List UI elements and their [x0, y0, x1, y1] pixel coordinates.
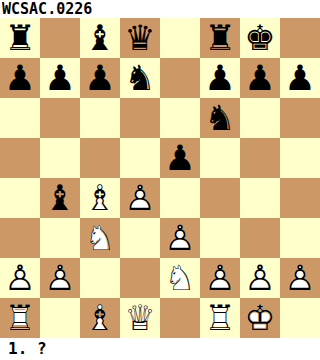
black-queen: ♛ — [120, 18, 160, 58]
square-b8[interactable] — [40, 18, 80, 58]
square-b6[interactable] — [40, 98, 80, 138]
white-pawn: ♟♙ — [240, 258, 280, 298]
status-bar: 1. ? — [0, 338, 320, 360]
chess-board: ♜♝♛♜♚♟♟♟♞♟♟♟♞♟♝♝♗♟♙♞♘♟♙♟♙♟♙♞♘♟♙♟♙♟♙♜♖♝♗♛… — [0, 18, 320, 338]
square-g2[interactable]: ♟♙ — [240, 258, 280, 298]
square-b7[interactable]: ♟ — [40, 58, 80, 98]
square-f4[interactable] — [200, 178, 240, 218]
square-c1[interactable]: ♝♗ — [80, 298, 120, 338]
square-g3[interactable] — [240, 218, 280, 258]
square-d4[interactable]: ♟♙ — [120, 178, 160, 218]
square-h2[interactable]: ♟♙ — [280, 258, 320, 298]
square-b3[interactable] — [40, 218, 80, 258]
square-c3[interactable]: ♞♘ — [80, 218, 120, 258]
square-e5[interactable]: ♟ — [160, 138, 200, 178]
square-b2[interactable]: ♟♙ — [40, 258, 80, 298]
square-d7[interactable]: ♞ — [120, 58, 160, 98]
square-e7[interactable] — [160, 58, 200, 98]
white-knight: ♞♘ — [160, 258, 200, 298]
square-a2[interactable]: ♟♙ — [0, 258, 40, 298]
square-f3[interactable] — [200, 218, 240, 258]
white-pawn: ♟♙ — [40, 258, 80, 298]
white-pawn: ♟♙ — [120, 178, 160, 218]
square-f7[interactable]: ♟ — [200, 58, 240, 98]
square-a7[interactable]: ♟ — [0, 58, 40, 98]
square-d1[interactable]: ♛♕ — [120, 298, 160, 338]
square-g5[interactable] — [240, 138, 280, 178]
black-knight: ♞ — [200, 98, 240, 138]
square-g7[interactable]: ♟ — [240, 58, 280, 98]
square-f5[interactable] — [200, 138, 240, 178]
black-knight: ♞ — [120, 58, 160, 98]
square-c5[interactable] — [80, 138, 120, 178]
white-rook: ♜♖ — [0, 298, 40, 338]
white-queen: ♛♕ — [120, 298, 160, 338]
square-h6[interactable] — [280, 98, 320, 138]
square-d8[interactable]: ♛ — [120, 18, 160, 58]
square-h5[interactable] — [280, 138, 320, 178]
square-c6[interactable] — [80, 98, 120, 138]
square-b4[interactable]: ♝ — [40, 178, 80, 218]
square-c2[interactable] — [80, 258, 120, 298]
white-pawn: ♟♙ — [160, 218, 200, 258]
square-g8[interactable]: ♚ — [240, 18, 280, 58]
white-knight: ♞♘ — [80, 218, 120, 258]
square-f6[interactable]: ♞ — [200, 98, 240, 138]
square-d6[interactable] — [120, 98, 160, 138]
black-rook: ♜ — [0, 18, 40, 58]
black-pawn: ♟ — [80, 58, 120, 98]
square-a5[interactable] — [0, 138, 40, 178]
square-a4[interactable] — [0, 178, 40, 218]
square-a3[interactable] — [0, 218, 40, 258]
square-g6[interactable] — [240, 98, 280, 138]
square-h7[interactable]: ♟ — [280, 58, 320, 98]
white-rook: ♜♖ — [200, 298, 240, 338]
square-h8[interactable] — [280, 18, 320, 58]
square-h4[interactable] — [280, 178, 320, 218]
white-bishop: ♝♗ — [80, 298, 120, 338]
black-pawn: ♟ — [240, 58, 280, 98]
move-prompt: 1. ? — [0, 338, 47, 360]
square-g4[interactable] — [240, 178, 280, 218]
square-c7[interactable]: ♟ — [80, 58, 120, 98]
black-pawn: ♟ — [40, 58, 80, 98]
black-bishop: ♝ — [80, 18, 120, 58]
square-f2[interactable]: ♟♙ — [200, 258, 240, 298]
black-pawn: ♟ — [200, 58, 240, 98]
square-d3[interactable] — [120, 218, 160, 258]
chess-diagram-page: WCSAC.0226 ♜♝♛♜♚♟♟♟♞♟♟♟♞♟♝♝♗♟♙♞♘♟♙♟♙♟♙♞♘… — [0, 0, 320, 360]
page-title: WCSAC.0226 — [0, 0, 92, 18]
white-king: ♚♔ — [240, 298, 280, 338]
square-h1[interactable] — [280, 298, 320, 338]
square-e1[interactable] — [160, 298, 200, 338]
white-pawn: ♟♙ — [200, 258, 240, 298]
title-bar: WCSAC.0226 — [0, 0, 320, 18]
square-e3[interactable]: ♟♙ — [160, 218, 200, 258]
black-rook: ♜ — [200, 18, 240, 58]
square-c8[interactable]: ♝ — [80, 18, 120, 58]
white-bishop: ♝♗ — [80, 178, 120, 218]
square-f8[interactable]: ♜ — [200, 18, 240, 58]
square-f1[interactable]: ♜♖ — [200, 298, 240, 338]
square-b1[interactable] — [40, 298, 80, 338]
square-c4[interactable]: ♝♗ — [80, 178, 120, 218]
white-pawn: ♟♙ — [280, 258, 320, 298]
square-e2[interactable]: ♞♘ — [160, 258, 200, 298]
square-d5[interactable] — [120, 138, 160, 178]
square-g1[interactable]: ♚♔ — [240, 298, 280, 338]
black-bishop: ♝ — [40, 178, 80, 218]
square-e6[interactable] — [160, 98, 200, 138]
white-pawn: ♟♙ — [0, 258, 40, 298]
square-h3[interactable] — [280, 218, 320, 258]
black-pawn: ♟ — [160, 138, 200, 178]
square-b5[interactable] — [40, 138, 80, 178]
black-pawn: ♟ — [0, 58, 40, 98]
black-king: ♚ — [240, 18, 280, 58]
square-e8[interactable] — [160, 18, 200, 58]
square-d2[interactable] — [120, 258, 160, 298]
square-e4[interactable] — [160, 178, 200, 218]
square-a1[interactable]: ♜♖ — [0, 298, 40, 338]
square-a6[interactable] — [0, 98, 40, 138]
black-pawn: ♟ — [280, 58, 320, 98]
square-a8[interactable]: ♜ — [0, 18, 40, 58]
